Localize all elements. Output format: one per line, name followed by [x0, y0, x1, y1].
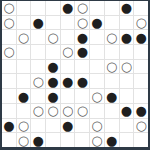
- cell-r3c3[interactable]: [31, 30, 45, 44]
- cell-r6c2[interactable]: [17, 74, 31, 88]
- cell-r9c3[interactable]: [31, 119, 45, 133]
- white-circle-icon: ○: [3, 16, 14, 29]
- white-circle-icon: ○: [121, 60, 132, 73]
- cell-r6c8[interactable]: [105, 74, 119, 88]
- cell-r3c7[interactable]: [90, 30, 104, 44]
- black-circle-icon: ●: [62, 119, 73, 132]
- cell-r8c1[interactable]: [2, 104, 16, 118]
- black-circle-icon: ●: [77, 31, 88, 44]
- white-circle-icon: ○: [106, 31, 117, 44]
- cell-r2c9[interactable]: [120, 16, 134, 30]
- white-circle-icon: ○: [77, 1, 88, 14]
- cell-r2c3[interactable]: ●: [31, 16, 45, 30]
- cell-r7c6[interactable]: [75, 89, 89, 103]
- cell-r9c1[interactable]: ●: [2, 119, 16, 133]
- cell-r9c2[interactable]: ○: [17, 119, 31, 133]
- cell-r10c10[interactable]: [134, 133, 148, 147]
- cell-r8c9[interactable]: ●: [120, 104, 134, 118]
- cell-r2c1[interactable]: ○: [2, 16, 16, 30]
- cell-r5c6[interactable]: [75, 60, 89, 74]
- cell-r7c7[interactable]: ○: [90, 89, 104, 103]
- cell-r10c8[interactable]: ●: [105, 133, 119, 147]
- cell-r8c10[interactable]: ●: [134, 104, 148, 118]
- cell-r5c7[interactable]: [90, 60, 104, 74]
- black-circle-icon: ●: [77, 45, 88, 58]
- white-circle-icon: ○: [62, 45, 73, 58]
- cell-r4c8[interactable]: [105, 45, 119, 59]
- black-circle-icon: ●: [106, 90, 117, 103]
- cell-r8c2[interactable]: [17, 104, 31, 118]
- cell-r2c7[interactable]: ●: [90, 16, 104, 30]
- cell-r2c10[interactable]: ○: [134, 16, 148, 30]
- white-circle-icon: ○: [18, 119, 29, 132]
- cell-r1c7[interactable]: [90, 1, 104, 15]
- cell-r5c5[interactable]: [61, 60, 75, 74]
- cell-r3c4[interactable]: ○: [46, 30, 60, 44]
- black-circle-icon: ●: [135, 31, 146, 44]
- cell-r5c4[interactable]: ●: [46, 60, 60, 74]
- black-circle-icon: ●: [33, 16, 44, 29]
- cell-r10c5[interactable]: [61, 133, 75, 147]
- black-circle-icon: ●: [77, 75, 88, 88]
- cell-r9c10[interactable]: ○: [134, 119, 148, 133]
- cell-r4c1[interactable]: ○: [2, 45, 16, 59]
- cell-r3c6[interactable]: ●: [75, 30, 89, 44]
- cell-r2c8[interactable]: [105, 16, 119, 30]
- cell-r1c2[interactable]: [17, 1, 31, 15]
- cell-r4c7[interactable]: [90, 45, 104, 59]
- black-circle-icon: ●: [121, 1, 132, 14]
- black-circle-icon: ●: [62, 1, 73, 14]
- white-circle-icon: ○: [62, 104, 73, 117]
- cell-r10c4[interactable]: [46, 133, 60, 147]
- puzzle-board: ○●○●○●○●○○○●○●●○○●●○○○●●●●●○●○○○○●●●○●○○…: [0, 0, 150, 150]
- cell-r3c2[interactable]: ○: [17, 30, 31, 44]
- black-circle-icon: ●: [18, 90, 29, 103]
- cell-r3c8[interactable]: ○: [105, 30, 119, 44]
- cell-r8c4[interactable]: ○: [46, 104, 60, 118]
- cell-r6c5[interactable]: ●: [61, 74, 75, 88]
- black-circle-icon: ●: [121, 31, 132, 44]
- cell-r10c1[interactable]: [2, 133, 16, 147]
- cell-r1c10[interactable]: [134, 1, 148, 15]
- cell-r3c10[interactable]: ●: [134, 30, 148, 44]
- cell-r5c3[interactable]: [31, 60, 45, 74]
- cell-r9c8[interactable]: [105, 119, 119, 133]
- cell-r7c10[interactable]: [134, 89, 148, 103]
- cell-r10c7[interactable]: ○: [90, 133, 104, 147]
- black-circle-icon: ●: [106, 134, 117, 147]
- cell-r4c6[interactable]: ●: [75, 45, 89, 59]
- white-circle-icon: ○: [77, 16, 88, 29]
- cell-r3c9[interactable]: ●: [120, 30, 134, 44]
- black-circle-icon: ●: [47, 90, 58, 103]
- cell-r6c1[interactable]: [2, 74, 16, 88]
- cell-r6c9[interactable]: [120, 74, 134, 88]
- cell-r3c1[interactable]: [2, 30, 16, 44]
- cell-r4c9[interactable]: [120, 45, 134, 59]
- cell-r7c9[interactable]: [120, 89, 134, 103]
- black-circle-icon: ●: [47, 75, 58, 88]
- cell-r2c5[interactable]: [61, 16, 75, 30]
- cell-r3c5[interactable]: [61, 30, 75, 44]
- cell-r6c7[interactable]: [90, 74, 104, 88]
- cell-r10c2[interactable]: ○: [17, 133, 31, 147]
- white-circle-icon: ○: [77, 104, 88, 117]
- cell-r10c3[interactable]: ●: [31, 133, 45, 147]
- cell-r5c8[interactable]: ○: [105, 60, 119, 74]
- cell-r1c4[interactable]: [46, 1, 60, 15]
- cell-r6c6[interactable]: ●: [75, 74, 89, 88]
- cell-r1c5[interactable]: ●: [61, 1, 75, 15]
- cell-r5c9[interactable]: ○: [120, 60, 134, 74]
- cell-r4c5[interactable]: ○: [61, 45, 75, 59]
- white-circle-icon: ○: [47, 31, 58, 44]
- white-circle-icon: ○: [3, 1, 14, 14]
- cell-r5c2[interactable]: [17, 60, 31, 74]
- cell-r8c3[interactable]: ○: [31, 104, 45, 118]
- cell-r8c8[interactable]: [105, 104, 119, 118]
- white-circle-icon: ○: [18, 31, 29, 44]
- cell-r9c6[interactable]: [75, 119, 89, 133]
- white-circle-icon: ○: [106, 60, 117, 73]
- black-circle-icon: ●: [47, 60, 58, 73]
- black-circle-icon: ●: [135, 104, 146, 117]
- cell-r2c2[interactable]: [17, 16, 31, 30]
- white-circle-icon: ○: [3, 45, 14, 58]
- cell-r7c5[interactable]: [61, 89, 75, 103]
- cell-r4c10[interactable]: [134, 45, 148, 59]
- cell-r9c7[interactable]: ○: [90, 119, 104, 133]
- cell-r1c3[interactable]: [31, 1, 45, 15]
- white-circle-icon: ○: [47, 104, 58, 117]
- cell-r7c3[interactable]: [31, 89, 45, 103]
- cell-r9c5[interactable]: ●: [61, 119, 75, 133]
- white-circle-icon: ○: [33, 75, 44, 88]
- cell-r6c10[interactable]: [134, 74, 148, 88]
- cell-r1c8[interactable]: [105, 1, 119, 15]
- cell-r4c2[interactable]: [17, 45, 31, 59]
- cell-r10c6[interactable]: [75, 133, 89, 147]
- white-circle-icon: ○: [135, 16, 146, 29]
- cell-r8c5[interactable]: ○: [61, 104, 75, 118]
- black-circle-icon: ●: [3, 119, 14, 132]
- cell-r8c7[interactable]: [90, 104, 104, 118]
- white-circle-icon: ○: [91, 90, 102, 103]
- black-circle-icon: ●: [33, 134, 44, 147]
- cell-r7c8[interactable]: ●: [105, 89, 119, 103]
- white-circle-icon: ○: [91, 134, 102, 147]
- black-circle-icon: ●: [62, 75, 73, 88]
- black-circle-icon: ●: [121, 104, 132, 117]
- white-circle-icon: ○: [91, 119, 102, 132]
- cell-r1c6[interactable]: ○: [75, 1, 89, 15]
- cell-r5c10[interactable]: [134, 60, 148, 74]
- cell-r6c3[interactable]: ○: [31, 74, 45, 88]
- cell-r9c9[interactable]: [120, 119, 134, 133]
- cell-r10c9[interactable]: [120, 133, 134, 147]
- cell-r6c4[interactable]: ●: [46, 74, 60, 88]
- cell-r1c1[interactable]: ○: [2, 1, 16, 15]
- cell-r7c4[interactable]: ●: [46, 89, 60, 103]
- white-circle-icon: ○: [135, 119, 146, 132]
- cell-r9c4[interactable]: [46, 119, 60, 133]
- cell-r1c9[interactable]: ●: [120, 1, 134, 15]
- cell-r8c6[interactable]: ○: [75, 104, 89, 118]
- cell-r7c2[interactable]: ●: [17, 89, 31, 103]
- cell-r4c4[interactable]: [46, 45, 60, 59]
- black-circle-icon: ●: [91, 16, 102, 29]
- cell-r2c6[interactable]: ○: [75, 16, 89, 30]
- white-circle-icon: ○: [33, 104, 44, 117]
- white-circle-icon: ○: [18, 134, 29, 147]
- cell-r2c4[interactable]: [46, 16, 60, 30]
- cell-r4c3[interactable]: [31, 45, 45, 59]
- cell-r7c1[interactable]: [2, 89, 16, 103]
- cell-r5c1[interactable]: [2, 60, 16, 74]
